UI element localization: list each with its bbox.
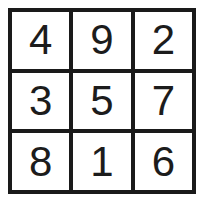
cell-r1c1: 4 xyxy=(12,12,69,69)
magic-square-board: 4 9 2 3 5 7 8 1 6 xyxy=(8,8,196,194)
cell-r2c3: 7 xyxy=(135,73,192,130)
cell-r1c2: 9 xyxy=(73,12,130,69)
cell-r3c3: 6 xyxy=(135,133,192,190)
magic-square-diagram: 4 9 2 3 5 7 8 1 6 xyxy=(0,0,204,202)
cell-r2c1: 3 xyxy=(12,73,69,130)
cell-r3c1: 8 xyxy=(12,133,69,190)
cell-r2c2: 5 xyxy=(73,73,130,130)
cell-r3c2: 1 xyxy=(73,133,130,190)
cell-r1c3: 2 xyxy=(135,12,192,69)
